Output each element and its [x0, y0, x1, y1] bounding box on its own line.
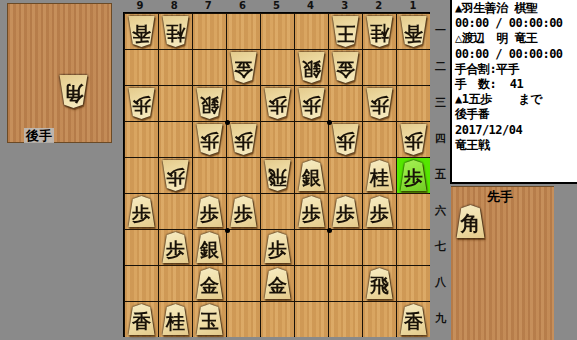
board-square[interactable]: 桂: [159, 14, 192, 49]
hoshi-dot: [225, 228, 230, 233]
rank-label: 二: [432, 48, 449, 84]
sente-piece[interactable]: 歩: [161, 232, 190, 263]
file-labels: 987654321: [123, 0, 430, 12]
board-square[interactable]: 歩: [329, 122, 362, 157]
file-label: 6: [225, 0, 259, 12]
board-square[interactable]: [363, 230, 396, 265]
gote-piece[interactable]: 歩: [331, 124, 360, 155]
board-square[interactable]: [159, 50, 192, 85]
piece-kanji: 歩: [229, 196, 258, 227]
gote-tray-label: 後手: [24, 128, 54, 143]
board-square[interactable]: [295, 302, 328, 337]
gote-piece[interactable]: 歩: [127, 88, 156, 119]
piece-kanji: 歩: [365, 196, 394, 227]
gote-hand-tray: 角: [7, 3, 112, 143]
piece-kanji: 香: [127, 304, 156, 335]
piece-kanji: 金: [195, 268, 224, 299]
piece-kanji: 桂: [365, 16, 394, 47]
rank-label: 九: [432, 301, 449, 337]
gote-piece[interactable]: 桂: [161, 16, 190, 47]
info-line-3: 00:00 / 00:00:00: [455, 47, 575, 62]
piece-kanji: 王: [331, 16, 360, 47]
piece-kanji: 桂: [161, 304, 190, 335]
board-square[interactable]: [295, 266, 328, 301]
gote-piece[interactable]: 銀: [195, 88, 224, 119]
piece-kanji: 銀: [297, 160, 326, 191]
board-square[interactable]: 銀: [295, 50, 328, 85]
sente-piece[interactable]: 歩: [195, 196, 224, 227]
piece-kanji: 玉: [195, 304, 224, 335]
piece-kanji: 歩: [195, 196, 224, 227]
info-line-9: 竜王戦: [455, 138, 575, 153]
gote-piece[interactable]: 歩: [229, 124, 258, 155]
piece-kanji: 歩: [331, 196, 360, 227]
board-square[interactable]: [295, 122, 328, 157]
rank-label: 一: [432, 12, 449, 48]
rank-label: 八: [432, 265, 449, 301]
rank-label: 六: [432, 193, 449, 229]
sente-piece[interactable]: 桂: [365, 160, 394, 191]
piece-kanji: 歩: [331, 124, 360, 155]
info-line-2: △渡辺 明 竜王: [455, 31, 575, 46]
gote-piece[interactable]: 歩: [365, 88, 394, 119]
board-square[interactable]: [125, 158, 158, 193]
gote-piece[interactable]: 歩: [195, 124, 224, 155]
board-square[interactable]: [159, 266, 192, 301]
piece-kanji: 桂: [161, 16, 190, 47]
board-square[interactable]: 桂: [159, 302, 192, 337]
board-square[interactable]: [397, 86, 430, 121]
info-line-8: 2017/12/04: [455, 123, 575, 138]
board-square[interactable]: [397, 266, 430, 301]
info-line-7: 後手番: [455, 107, 575, 122]
sente-piece[interactable]: 歩: [127, 196, 156, 227]
info-line-6: ▲1五歩 まで: [455, 92, 575, 107]
board-square[interactable]: 金: [261, 266, 294, 301]
board-square[interactable]: [193, 14, 226, 49]
board-square[interactable]: 歩: [261, 230, 294, 265]
sente-piece[interactable]: 香: [399, 304, 428, 335]
board-square[interactable]: [125, 230, 158, 265]
hoshi-dot: [327, 228, 332, 233]
gote-piece[interactable]: 香: [399, 16, 428, 47]
file-label: 9: [123, 0, 157, 12]
game-info-panel: ▲羽生善治 棋聖00:00 / 00:00:00△渡辺 明 竜王00:00 / …: [450, 0, 577, 184]
piece-kanji: 歩: [297, 196, 326, 227]
piece-kanji: 金: [263, 268, 292, 299]
piece-kanji: 歩: [399, 160, 428, 191]
board-square[interactable]: 歩: [159, 158, 192, 193]
sente-tray-label: 先手: [487, 189, 513, 204]
board-square[interactable]: 香: [397, 14, 430, 49]
piece-kanji: 桂: [365, 160, 394, 191]
piece-kanji: 歩: [297, 88, 326, 119]
file-label: 8: [157, 0, 191, 12]
board-square[interactable]: [193, 50, 226, 85]
board-square[interactable]: [261, 50, 294, 85]
board-square[interactable]: 歩: [261, 86, 294, 121]
piece-kanji: 歩: [399, 124, 428, 155]
board-square[interactable]: 王: [329, 14, 362, 49]
piece-kanji: 歩: [365, 88, 394, 119]
rank-label: 三: [432, 84, 449, 120]
piece-kanji: 歩: [263, 88, 292, 119]
board-square[interactable]: [227, 266, 260, 301]
sente-piece[interactable]: 歩: [263, 232, 292, 263]
piece-kanji: 歩: [229, 124, 258, 155]
gote-piece[interactable]: 歩: [399, 124, 428, 155]
board-square[interactable]: 香: [125, 14, 158, 49]
board-square[interactable]: 歩: [363, 194, 396, 229]
sente-piece[interactable]: 金: [195, 268, 224, 299]
board-square[interactable]: 歩: [295, 86, 328, 121]
board-square[interactable]: 飛: [261, 158, 294, 193]
gote-piece[interactable]: 金: [229, 52, 258, 83]
piece-kanji: 飛: [263, 160, 292, 191]
board-square[interactable]: 歩: [397, 122, 430, 157]
file-label: 3: [328, 0, 362, 12]
board-square[interactable]: [125, 50, 158, 85]
board-square[interactable]: [329, 158, 362, 193]
board-square[interactable]: 歩: [363, 86, 396, 121]
sente-piece[interactable]: 香: [127, 304, 156, 335]
gote-piece[interactable]: 歩: [161, 160, 190, 191]
rank-labels: 一二三四五六七八九: [432, 12, 449, 337]
board-square[interactable]: [227, 14, 260, 49]
board-square[interactable]: 金: [329, 50, 362, 85]
sente-piece[interactable]: 桂: [161, 304, 190, 335]
piece-kanji: 歩: [161, 160, 190, 191]
board-square[interactable]: 玉: [193, 302, 226, 337]
info-line-0: ▲羽生善治 棋聖: [455, 1, 575, 16]
board-square[interactable]: 銀: [193, 86, 226, 121]
file-label: 1: [396, 0, 430, 12]
board-square[interactable]: [295, 14, 328, 49]
board-square[interactable]: 歩: [295, 194, 328, 229]
piece-kanji: 金: [229, 52, 258, 83]
board-square[interactable]: 歩: [227, 122, 260, 157]
piece-kanji: 金: [331, 52, 360, 83]
board-square[interactable]: [159, 86, 192, 121]
sente-piece[interactable]: 歩: [297, 196, 326, 227]
piece-kanji: 歩: [263, 232, 292, 263]
info-line-5: 手 数: 41: [455, 77, 575, 92]
board-square[interactable]: [397, 230, 430, 265]
info-line-1: 00:00 / 00:00:00: [455, 16, 575, 31]
piece-kanji: 香: [399, 304, 428, 335]
gote-hand-piece[interactable]: 角: [58, 75, 89, 108]
piece-kanji: 角: [455, 205, 486, 238]
sente-piece[interactable]: 歩: [365, 196, 394, 227]
gote-piece[interactable]: 金: [331, 52, 360, 83]
board-square[interactable]: [261, 122, 294, 157]
board-square[interactable]: [159, 122, 192, 157]
sente-piece[interactable]: 玉: [195, 304, 224, 335]
shogi-app-window: 角 後手 987654321 香桂王桂香金銀金歩銀歩歩歩歩歩歩歩歩飛銀桂歩歩歩歩…: [0, 0, 577, 340]
board-square[interactable]: [397, 50, 430, 85]
hoshi-dot: [225, 120, 230, 125]
board-square[interactable]: [227, 230, 260, 265]
piece-kanji: 歩: [195, 124, 224, 155]
board-square[interactable]: 香: [125, 302, 158, 337]
board-square[interactable]: [261, 194, 294, 229]
sente-hand-tray: 先手 角: [451, 186, 554, 340]
board-square[interactable]: [227, 302, 260, 337]
board-square[interactable]: 金: [193, 266, 226, 301]
board-square[interactable]: 香: [397, 302, 430, 337]
piece-kanji: 飛: [365, 268, 394, 299]
sente-piece[interactable]: 歩: [331, 196, 360, 227]
rank-label: 七: [432, 229, 449, 265]
info-line-4: 手合割:平手: [455, 62, 575, 77]
gote-piece[interactable]: 飛: [263, 160, 292, 191]
board-square[interactable]: [261, 14, 294, 49]
board-square[interactable]: 歩: [125, 86, 158, 121]
piece-kanji: 角: [58, 75, 89, 108]
board-square[interactable]: [329, 302, 362, 337]
board-square[interactable]: 歩: [125, 194, 158, 229]
board-square[interactable]: 飛: [363, 266, 396, 301]
board-square[interactable]: [125, 266, 158, 301]
board-square[interactable]: 歩: [227, 194, 260, 229]
shogi-board: 香桂王桂香金銀金歩銀歩歩歩歩歩歩歩歩飛銀桂歩歩歩歩歩歩歩歩銀歩金金飛香桂玉香: [123, 12, 430, 337]
gote-piece[interactable]: 歩: [297, 88, 326, 119]
file-label: 4: [294, 0, 328, 12]
piece-kanji: 歩: [127, 196, 156, 227]
board-square[interactable]: 金: [227, 50, 260, 85]
sente-piece[interactable]: 銀: [195, 232, 224, 263]
board-square[interactable]: 桂: [363, 14, 396, 49]
board-square[interactable]: [227, 158, 260, 193]
board-square[interactable]: [261, 302, 294, 337]
board-square[interactable]: [363, 50, 396, 85]
board-square[interactable]: 銀: [295, 158, 328, 193]
board-square[interactable]: [193, 158, 226, 193]
board-square[interactable]: 歩: [193, 194, 226, 229]
file-label: 2: [362, 0, 396, 12]
board-square[interactable]: [397, 194, 430, 229]
file-label: 7: [191, 0, 225, 12]
sente-piece[interactable]: 金: [263, 268, 292, 299]
gote-piece[interactable]: 銀: [297, 52, 326, 83]
board-square[interactable]: [329, 230, 362, 265]
sente-piece[interactable]: 歩: [399, 160, 428, 191]
board-square[interactable]: 歩: [397, 158, 430, 193]
board-square[interactable]: [363, 122, 396, 157]
piece-kanji: 銀: [297, 52, 326, 83]
board-square[interactable]: 桂: [363, 158, 396, 193]
board-square[interactable]: 歩: [193, 122, 226, 157]
sente-piece[interactable]: 銀: [297, 160, 326, 191]
hoshi-dot: [327, 120, 332, 125]
gote-piece[interactable]: 桂: [365, 16, 394, 47]
sente-hand-piece[interactable]: 角: [455, 205, 486, 238]
board-square[interactable]: 銀: [193, 230, 226, 265]
file-label: 5: [259, 0, 293, 12]
board-square[interactable]: [329, 86, 362, 121]
piece-kanji: 香: [127, 16, 156, 47]
sente-piece[interactable]: 歩: [229, 196, 258, 227]
board-square[interactable]: 歩: [329, 194, 362, 229]
sente-piece[interactable]: 飛: [365, 268, 394, 299]
board-square[interactable]: [329, 266, 362, 301]
piece-kanji: 歩: [127, 88, 156, 119]
board-square[interactable]: [125, 122, 158, 157]
piece-kanji: 銀: [195, 88, 224, 119]
board-square[interactable]: [363, 302, 396, 337]
gote-piece[interactable]: 王: [331, 16, 360, 47]
gote-piece[interactable]: 歩: [263, 88, 292, 119]
board-square[interactable]: [295, 230, 328, 265]
rank-label: 四: [432, 120, 449, 156]
gote-piece[interactable]: 香: [127, 16, 156, 47]
rank-label: 五: [432, 156, 449, 192]
piece-kanji: 香: [399, 16, 428, 47]
piece-kanji: 歩: [161, 232, 190, 263]
board-square[interactable]: 歩: [159, 230, 192, 265]
board-square[interactable]: [159, 194, 192, 229]
piece-kanji: 銀: [195, 232, 224, 263]
board-square[interactable]: [227, 86, 260, 121]
